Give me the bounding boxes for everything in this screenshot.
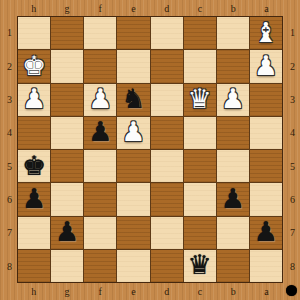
square-a7[interactable]: ♟	[250, 217, 282, 249]
square-f3[interactable]: ♟	[84, 84, 116, 116]
square-f2[interactable]	[84, 50, 116, 82]
square-g8[interactable]	[51, 250, 83, 282]
square-b2[interactable]	[217, 50, 249, 82]
rank-label: 2	[286, 49, 299, 82]
square-a3[interactable]	[250, 84, 282, 116]
square-c4[interactable]	[184, 117, 216, 149]
rank-label: 5	[286, 150, 299, 183]
square-d5[interactable]	[151, 150, 183, 182]
rank-label: 5	[3, 150, 16, 183]
black-pawn[interactable]: ♟	[221, 185, 245, 212]
file-label: e	[117, 285, 150, 298]
rank-labels-right: 12345678	[286, 16, 299, 283]
square-b3[interactable]: ♟	[217, 84, 249, 116]
file-label: h	[17, 2, 50, 15]
black-pawn[interactable]: ♟	[55, 218, 79, 245]
square-g4[interactable]	[51, 117, 83, 149]
file-label: a	[250, 2, 283, 15]
rank-label: 7	[286, 216, 299, 249]
square-e7[interactable]	[117, 217, 149, 249]
square-c5[interactable]	[184, 150, 216, 182]
file-label: g	[50, 285, 83, 298]
square-h3[interactable]: ♟	[18, 84, 50, 116]
black-pawn[interactable]: ♟	[88, 118, 112, 145]
square-d4[interactable]	[151, 117, 183, 149]
square-h2[interactable]: ♚	[18, 50, 50, 82]
rank-label: 7	[3, 216, 16, 249]
file-label: b	[217, 285, 250, 298]
file-label: f	[84, 285, 117, 298]
white-pawn[interactable]: ♟	[221, 85, 245, 112]
file-labels-top: hgfedcba	[17, 2, 283, 15]
square-g3[interactable]	[51, 84, 83, 116]
square-g6[interactable]	[51, 183, 83, 215]
square-g1[interactable]	[51, 17, 83, 49]
square-a5[interactable]	[250, 150, 282, 182]
square-b5[interactable]	[217, 150, 249, 182]
file-label: b	[217, 2, 250, 15]
square-e6[interactable]	[117, 183, 149, 215]
file-label: c	[183, 285, 216, 298]
white-pawn[interactable]: ♟	[254, 52, 278, 79]
square-a8[interactable]	[250, 250, 282, 282]
square-d6[interactable]	[151, 183, 183, 215]
square-f8[interactable]	[84, 250, 116, 282]
file-label: g	[50, 2, 83, 15]
file-label: f	[84, 2, 117, 15]
black-to-move-indicator	[286, 285, 297, 296]
black-pawn[interactable]: ♟	[254, 218, 278, 245]
square-f1[interactable]	[84, 17, 116, 49]
square-d2[interactable]	[151, 50, 183, 82]
square-b7[interactable]	[217, 217, 249, 249]
square-d8[interactable]	[151, 250, 183, 282]
square-b4[interactable]	[217, 117, 249, 149]
square-b1[interactable]	[217, 17, 249, 49]
rank-label: 6	[3, 183, 16, 216]
white-bishop[interactable]: ♝	[254, 19, 278, 46]
square-f6[interactable]	[84, 183, 116, 215]
square-c6[interactable]	[184, 183, 216, 215]
black-queen[interactable]: ♛	[188, 251, 212, 278]
rank-label: 1	[286, 16, 299, 49]
file-label: a	[250, 285, 283, 298]
square-a1[interactable]: ♝	[250, 17, 282, 49]
square-e8[interactable]	[117, 250, 149, 282]
white-pawn[interactable]: ♟	[22, 85, 46, 112]
square-c8[interactable]: ♛	[184, 250, 216, 282]
square-g7[interactable]: ♟	[51, 217, 83, 249]
rank-label: 4	[3, 116, 16, 149]
rank-label: 3	[3, 83, 16, 116]
file-label: c	[183, 2, 216, 15]
square-f5[interactable]	[84, 150, 116, 182]
square-f7[interactable]	[84, 217, 116, 249]
square-c7[interactable]	[184, 217, 216, 249]
rank-label: 6	[286, 183, 299, 216]
rank-label: 8	[3, 250, 16, 283]
rank-label: 1	[3, 16, 16, 49]
rank-label: 3	[286, 83, 299, 116]
square-b6[interactable]: ♟	[217, 183, 249, 215]
file-label: d	[150, 2, 183, 15]
square-h7[interactable]	[18, 217, 50, 249]
chess-board: ♝♚♟♟♟♞♛♟♟♟♚♟♟♟♟♛	[17, 16, 283, 283]
square-h4[interactable]	[18, 117, 50, 149]
file-label: d	[150, 285, 183, 298]
square-e1[interactable]	[117, 17, 149, 49]
rank-label: 8	[286, 250, 299, 283]
square-d7[interactable]	[151, 217, 183, 249]
rank-label: 2	[3, 49, 16, 82]
rank-label: 4	[286, 116, 299, 149]
square-c2[interactable]	[184, 50, 216, 82]
square-e3[interactable]: ♞	[117, 84, 149, 116]
file-label: h	[17, 285, 50, 298]
square-d1[interactable]	[151, 17, 183, 49]
square-h8[interactable]	[18, 250, 50, 282]
square-g5[interactable]	[51, 150, 83, 182]
square-h5[interactable]: ♚	[18, 150, 50, 182]
white-queen[interactable]: ♛	[188, 85, 212, 112]
square-e5[interactable]	[117, 150, 149, 182]
white-pawn[interactable]: ♟	[121, 118, 145, 145]
square-b8[interactable]	[217, 250, 249, 282]
black-king[interactable]: ♚	[22, 152, 46, 179]
square-e2[interactable]	[117, 50, 149, 82]
square-h1[interactable]	[18, 17, 50, 49]
rank-labels-left: 12345678	[3, 16, 16, 283]
square-f4[interactable]: ♟	[84, 117, 116, 149]
white-pawn[interactable]: ♟	[88, 85, 112, 112]
square-g2[interactable]	[51, 50, 83, 82]
square-h6[interactable]: ♟	[18, 183, 50, 215]
square-a6[interactable]	[250, 183, 282, 215]
file-labels-bottom: hgfedcba	[17, 285, 283, 298]
black-knight[interactable]: ♞	[121, 85, 145, 112]
square-a4[interactable]	[250, 117, 282, 149]
square-c3[interactable]: ♛	[184, 84, 216, 116]
square-e4[interactable]: ♟	[117, 117, 149, 149]
file-label: e	[117, 2, 150, 15]
black-pawn[interactable]: ♟	[22, 185, 46, 212]
square-a2[interactable]: ♟	[250, 50, 282, 82]
white-king[interactable]: ♚	[22, 52, 46, 79]
square-d3[interactable]	[151, 84, 183, 116]
square-c1[interactable]	[184, 17, 216, 49]
chess-board-frame: hgfedcba 12345678 12345678 hgfedcba ♝♚♟♟…	[0, 0, 300, 300]
